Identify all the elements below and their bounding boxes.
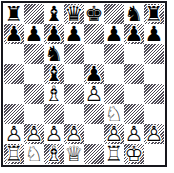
square-h7[interactable]: ♟	[144, 24, 164, 44]
piece-white-knight-fill: ♞	[24, 144, 44, 164]
square-h8[interactable]: ♜	[144, 4, 164, 24]
piece-black-bishop: ♝	[44, 64, 64, 84]
square-c5[interactable]: ♝	[44, 64, 64, 84]
piece-black-knight: ♞	[44, 44, 64, 64]
square-c8[interactable]: ♝	[44, 4, 64, 24]
square-h5[interactable]	[144, 64, 164, 84]
piece-white-bishop: ♗	[44, 84, 64, 104]
square-c6[interactable]: ♞	[44, 44, 64, 64]
square-f6[interactable]	[104, 44, 124, 64]
square-e1[interactable]	[84, 144, 104, 164]
square-d4[interactable]	[64, 84, 84, 104]
piece-white-pawn: ♙	[4, 124, 24, 144]
piece-white-pawn: ♙	[24, 124, 44, 144]
square-g5[interactable]	[124, 64, 144, 84]
square-a8[interactable]: ♜	[4, 4, 24, 24]
piece-black-pawn: ♟	[64, 24, 84, 44]
square-f4[interactable]	[104, 84, 124, 104]
square-b8[interactable]	[24, 4, 44, 24]
square-g3[interactable]	[124, 104, 144, 124]
piece-white-pawn: ♙	[44, 124, 64, 144]
square-b7[interactable]: ♟	[24, 24, 44, 44]
square-a5[interactable]	[4, 64, 24, 84]
square-d3[interactable]	[64, 104, 84, 124]
piece-white-pawn-fill: ♟	[44, 124, 64, 144]
square-e8[interactable]: ♚	[84, 4, 104, 24]
piece-white-knight-fill: ♞	[104, 104, 124, 124]
square-d6[interactable]	[64, 44, 84, 64]
square-h4[interactable]	[144, 84, 164, 104]
square-b2[interactable]: ♟♙	[24, 124, 44, 144]
piece-white-pawn-fill: ♟	[104, 124, 124, 144]
square-d7[interactable]: ♟	[64, 24, 84, 44]
square-f1[interactable]: ♜♖	[104, 144, 124, 164]
piece-white-knight: ♘	[104, 104, 124, 124]
square-h2[interactable]: ♟♙	[144, 124, 164, 144]
square-d5[interactable]	[64, 64, 84, 84]
piece-white-king-fill: ♚	[124, 144, 144, 164]
square-e5[interactable]: ♟	[84, 64, 104, 84]
piece-white-pawn: ♙	[144, 124, 164, 144]
square-c2[interactable]: ♟♙	[44, 124, 64, 144]
square-h1[interactable]	[144, 144, 164, 164]
square-f8[interactable]	[104, 4, 124, 24]
square-g7[interactable]: ♟	[124, 24, 144, 44]
square-g8[interactable]: ♞	[124, 4, 144, 24]
square-b1[interactable]: ♞♘	[24, 144, 44, 164]
square-g1[interactable]: ♚♔	[124, 144, 144, 164]
square-b3[interactable]	[24, 104, 44, 124]
piece-white-pawn-fill: ♟	[24, 124, 44, 144]
piece-black-queen: ♛	[64, 4, 84, 24]
square-b6[interactable]	[24, 44, 44, 64]
piece-white-pawn: ♙	[124, 124, 144, 144]
piece-white-bishop: ♗	[44, 144, 64, 164]
piece-black-king: ♚	[84, 4, 104, 24]
square-d1[interactable]: ♛♕	[64, 144, 84, 164]
piece-black-pawn: ♟	[44, 24, 64, 44]
piece-white-knight: ♘	[24, 144, 44, 164]
square-e6[interactable]	[84, 44, 104, 64]
square-a7[interactable]: ♟	[4, 24, 24, 44]
piece-white-bishop-fill: ♝	[44, 84, 64, 104]
square-a1[interactable]: ♜♖	[4, 144, 24, 164]
piece-white-pawn-fill: ♟	[144, 124, 164, 144]
square-a6[interactable]	[4, 44, 24, 64]
piece-white-pawn: ♙	[64, 124, 84, 144]
square-f2[interactable]: ♟♙	[104, 124, 124, 144]
square-f5[interactable]	[104, 64, 124, 84]
piece-white-pawn-fill: ♟	[124, 124, 144, 144]
piece-white-king: ♔	[124, 144, 144, 164]
square-f3[interactable]: ♞♘	[104, 104, 124, 124]
square-c7[interactable]: ♟	[44, 24, 64, 44]
piece-black-knight: ♞	[124, 4, 144, 24]
square-b5[interactable]	[24, 64, 44, 84]
piece-black-pawn: ♟	[4, 24, 24, 44]
chess-board-frame: ♜♝♛♚♞♜♟♟♟♟♟♟♟♞♝♟♝♗♟♙♞♘♟♙♟♙♟♙♟♙♟♙♟♙♟♙♜♖♞♘…	[1, 1, 167, 167]
square-e7[interactable]	[84, 24, 104, 44]
square-c4[interactable]: ♝♗	[44, 84, 64, 104]
piece-black-bishop: ♝	[44, 4, 64, 24]
square-e3[interactable]	[84, 104, 104, 124]
square-c1[interactable]: ♝♗	[44, 144, 64, 164]
piece-black-pawn: ♟	[84, 64, 104, 84]
piece-white-queen-fill: ♛	[64, 144, 84, 164]
piece-white-rook-fill: ♜	[4, 144, 24, 164]
piece-black-pawn: ♟	[124, 24, 144, 44]
piece-black-pawn: ♟	[24, 24, 44, 44]
square-g2[interactable]: ♟♙	[124, 124, 144, 144]
square-h6[interactable]	[144, 44, 164, 64]
square-e2[interactable]	[84, 124, 104, 144]
square-b4[interactable]	[24, 84, 44, 104]
square-h3[interactable]	[144, 104, 164, 124]
piece-white-pawn: ♙	[104, 124, 124, 144]
piece-black-pawn: ♟	[144, 24, 164, 44]
square-g6[interactable]	[124, 44, 144, 64]
piece-white-pawn-fill: ♟	[64, 124, 84, 144]
chess-board: ♜♝♛♚♞♜♟♟♟♟♟♟♟♞♝♟♝♗♟♙♞♘♟♙♟♙♟♙♟♙♟♙♟♙♟♙♜♖♞♘…	[4, 4, 164, 164]
piece-white-queen: ♕	[64, 144, 84, 164]
piece-white-bishop-fill: ♝	[44, 144, 64, 164]
square-a4[interactable]	[4, 84, 24, 104]
piece-white-rook: ♖	[4, 144, 24, 164]
square-e4[interactable]: ♟♙	[84, 84, 104, 104]
piece-white-pawn-fill: ♟	[84, 84, 104, 104]
square-c3[interactable]	[44, 104, 64, 124]
piece-black-rook: ♜	[144, 4, 164, 24]
square-a2[interactable]: ♟♙	[4, 124, 24, 144]
piece-white-rook: ♖	[104, 144, 124, 164]
square-f7[interactable]: ♟	[104, 24, 124, 44]
piece-white-pawn: ♙	[84, 84, 104, 104]
piece-black-rook: ♜	[4, 4, 24, 24]
square-a3[interactable]	[4, 104, 24, 124]
piece-white-pawn-fill: ♟	[4, 124, 24, 144]
square-d2[interactable]: ♟♙	[64, 124, 84, 144]
square-d8[interactable]: ♛	[64, 4, 84, 24]
piece-black-pawn: ♟	[104, 24, 124, 44]
square-g4[interactable]	[124, 84, 144, 104]
piece-white-rook-fill: ♜	[104, 144, 124, 164]
